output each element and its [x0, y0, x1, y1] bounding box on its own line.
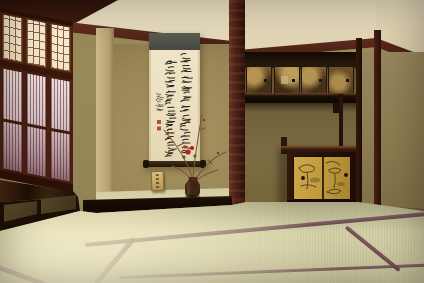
scroll-top-mount	[149, 33, 200, 50]
right-wall-post	[356, 38, 362, 212]
wood-grain	[229, 0, 245, 215]
chest-door-pull	[344, 173, 348, 177]
shoji-slat-pane	[26, 72, 47, 178]
shoji-slat-rail	[3, 119, 22, 126]
shoji-grid-pane	[26, 18, 47, 68]
shoji-slat-rail	[27, 123, 46, 130]
chest-door-pull	[301, 176, 305, 180]
tenbukuro-door-label	[281, 76, 288, 84]
right-wall	[362, 52, 424, 214]
shoji-slat-pane	[2, 67, 23, 173]
alcove-corner-strip	[339, 94, 343, 152]
tokonoma-post	[229, 0, 245, 215]
shoji-slat-pane	[50, 77, 71, 183]
shoji-screen-wall	[0, 8, 73, 192]
tenbukuro-door-1	[246, 66, 272, 94]
shoji-grid-pane	[50, 23, 71, 73]
tenbukuro-door-4	[328, 66, 354, 94]
blossoms	[167, 119, 219, 159]
tokonoma-side-wall	[96, 28, 114, 196]
tenbukuro-door-3	[301, 66, 327, 94]
bud-vase	[185, 177, 200, 198]
shoji-slat-rail	[51, 128, 70, 135]
photo-japanese-room	[0, 0, 424, 283]
corner-post	[374, 30, 381, 212]
branches	[164, 114, 226, 183]
shoji-grid-pane	[2, 13, 23, 63]
